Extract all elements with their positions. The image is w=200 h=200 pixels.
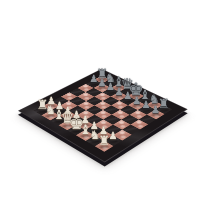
product-photo: ♜♞♟♝♟♛♟♚♟♝♟♞♟♟♜♟♟♜♟♟♞♟♝♟♛♟♚♟♝♟♞♜ xyxy=(0,0,200,200)
chess-board xyxy=(18,69,188,163)
board-grid xyxy=(34,76,173,152)
